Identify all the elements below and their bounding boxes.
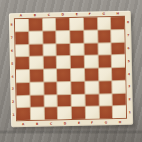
square-g5[interactable] [98,55,111,67]
square-a1[interactable] [17,108,30,120]
rank-label-left-7: 7 [10,34,13,42]
square-d5[interactable] [57,56,70,68]
rank-label-left-1: 1 [12,111,15,119]
rank-label-right-4: 4 [127,70,131,78]
square-c3[interactable] [44,82,57,94]
file-label-bottom-e: E [74,121,83,125]
square-g1[interactable] [99,106,112,118]
file-label-bottom-h: H [116,120,125,124]
square-b1[interactable] [31,108,44,120]
square-f2[interactable] [85,94,98,106]
file-label-top-a: A [16,14,25,17]
file-label-top-f: F [86,12,95,15]
square-b6[interactable] [29,44,42,56]
square-h6[interactable] [112,42,125,54]
square-e7[interactable] [70,30,83,42]
square-f7[interactable] [84,30,97,42]
square-g2[interactable] [99,94,112,106]
square-g7[interactable] [98,30,111,42]
square-g8[interactable] [97,17,110,29]
square-d8[interactable] [56,18,69,30]
rank-label-right-1: 1 [128,108,132,116]
file-label-top-d: D [58,13,67,16]
square-h5[interactable] [112,55,125,67]
square-d3[interactable] [58,82,71,94]
square-g3[interactable] [99,81,112,93]
square-h8[interactable] [111,17,124,29]
square-f4[interactable] [85,68,98,80]
rank-label-left-8: 8 [10,21,13,29]
chess-board: ABCDEFGH 87654321 87654321 ABCDEFGH [9,11,133,128]
square-f3[interactable] [85,81,98,93]
square-d2[interactable] [58,95,71,107]
square-c6[interactable] [43,44,56,56]
square-e2[interactable] [72,94,85,106]
file-label-bottom-c: C [46,121,55,125]
rank-label-right-8: 8 [126,18,130,26]
square-c5[interactable] [43,57,56,69]
square-f5[interactable] [84,56,97,68]
rank-label-left-3: 3 [11,85,14,93]
file-label-bottom-d: D [60,121,69,125]
rank-label-left-6: 6 [10,46,13,54]
file-labels-bottom: ABCDEFGH [16,119,127,127]
square-g4[interactable] [98,68,111,80]
rank-label-left-5: 5 [11,59,14,67]
square-f8[interactable] [84,17,97,29]
square-h2[interactable] [113,93,126,105]
file-label-top-b: B [30,14,39,17]
square-e6[interactable] [70,43,83,55]
square-d7[interactable] [56,31,69,43]
square-g6[interactable] [98,43,111,55]
square-d4[interactable] [57,69,70,81]
file-label-top-c: C [44,13,53,16]
square-b7[interactable] [29,31,42,43]
square-e4[interactable] [71,69,84,81]
file-label-bottom-b: B [33,122,42,126]
square-a2[interactable] [17,95,30,107]
square-c4[interactable] [44,69,57,81]
rank-label-right-6: 6 [127,44,131,52]
rank-label-right-7: 7 [126,31,130,39]
rank-labels-right: 87654321 [125,16,133,119]
square-d6[interactable] [57,44,70,56]
file-label-bottom-g: G [102,120,111,124]
square-b2[interactable] [30,95,43,107]
photo-background: ABCDEFGH 87654321 87654321 ABCDEFGH [0,0,142,142]
square-a6[interactable] [15,44,28,56]
file-label-bottom-a: A [19,122,28,126]
square-a3[interactable] [16,83,29,95]
square-e5[interactable] [71,56,84,68]
square-h7[interactable] [111,30,124,42]
square-b4[interactable] [30,70,43,82]
square-b3[interactable] [30,82,43,94]
square-b8[interactable] [29,19,42,31]
square-e1[interactable] [72,107,85,119]
rank-label-right-3: 3 [127,83,131,91]
square-h1[interactable] [113,106,126,118]
square-a7[interactable] [15,32,28,44]
square-c7[interactable] [43,31,56,43]
square-d1[interactable] [58,107,71,119]
square-c2[interactable] [44,95,57,107]
rank-label-right-5: 5 [127,57,131,65]
rank-label-left-4: 4 [11,72,14,80]
board-frame [14,16,127,121]
square-a4[interactable] [16,70,29,82]
file-label-top-g: G [100,12,109,15]
square-f1[interactable] [86,107,99,119]
square-a5[interactable] [16,57,29,69]
square-e3[interactable] [71,81,84,93]
rank-label-left-2: 2 [12,98,15,106]
square-a8[interactable] [15,19,28,31]
board-grid [15,17,126,120]
square-c8[interactable] [42,18,55,30]
file-label-top-h: H [114,12,123,15]
file-label-top-e: E [72,13,81,16]
square-c1[interactable] [44,108,57,120]
rank-label-right-2: 2 [128,95,132,103]
square-e8[interactable] [70,18,83,30]
square-f6[interactable] [84,43,97,55]
square-h4[interactable] [112,68,125,80]
square-b5[interactable] [29,57,42,69]
square-h3[interactable] [113,81,126,93]
file-label-bottom-f: F [88,121,97,125]
